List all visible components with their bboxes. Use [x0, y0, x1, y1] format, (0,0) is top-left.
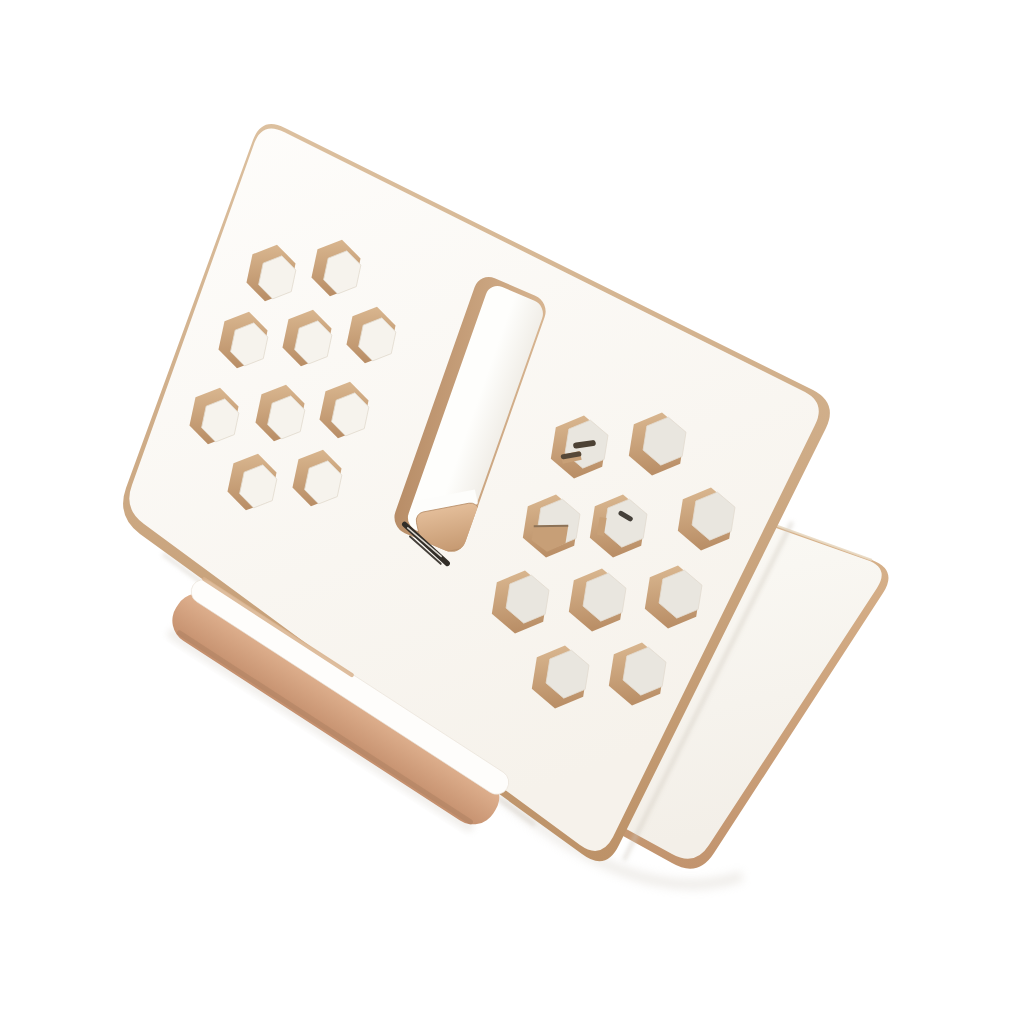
product-photo	[0, 0, 1024, 1024]
product-photo-canvas	[0, 0, 1024, 1024]
